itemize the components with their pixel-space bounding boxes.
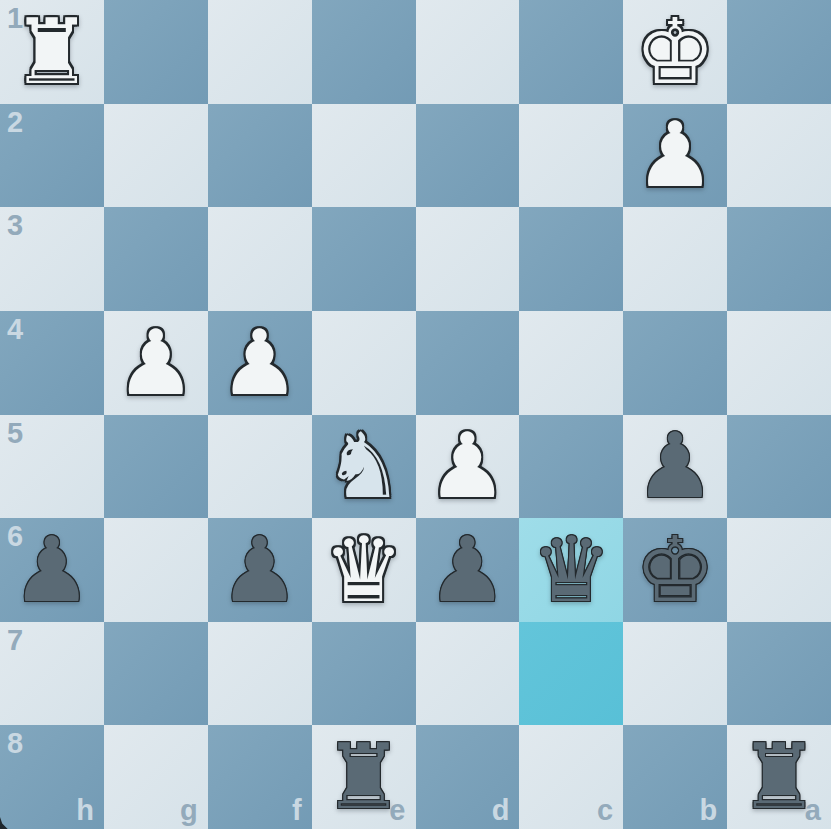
black-pawn[interactable]: ♟	[635, 421, 716, 511]
white-king[interactable]: ♚	[635, 7, 716, 97]
square-e2[interactable]	[312, 104, 416, 208]
rank-label-4: 4	[7, 313, 23, 346]
square-h8[interactable]: 8h	[0, 725, 104, 829]
square-g6[interactable]	[104, 518, 208, 622]
square-h6[interactable]: 6♟	[0, 518, 104, 622]
square-c1[interactable]	[519, 0, 623, 104]
square-h4[interactable]: 4	[0, 311, 104, 415]
square-h2[interactable]: 2	[0, 104, 104, 208]
white-pawn[interactable]: ♟	[219, 318, 300, 408]
square-e4[interactable]	[312, 311, 416, 415]
file-label-a: a	[805, 794, 821, 827]
square-a5[interactable]	[727, 415, 831, 519]
square-d4[interactable]	[416, 311, 520, 415]
file-label-g: g	[180, 794, 198, 827]
square-h5[interactable]: 5	[0, 415, 104, 519]
square-g5[interactable]	[104, 415, 208, 519]
square-b1[interactable]: ♚	[623, 0, 727, 104]
file-label-h: h	[76, 794, 94, 827]
square-e3[interactable]	[312, 207, 416, 311]
square-d6[interactable]: ♟	[416, 518, 520, 622]
square-b8[interactable]: b	[623, 725, 727, 829]
square-e8[interactable]: e♜	[312, 725, 416, 829]
white-pawn[interactable]: ♟	[635, 110, 716, 200]
black-pawn[interactable]: ♟	[219, 525, 300, 615]
square-d7[interactable]	[416, 622, 520, 726]
square-f6[interactable]: ♟	[208, 518, 312, 622]
file-label-e: e	[389, 794, 405, 827]
square-c8[interactable]: c	[519, 725, 623, 829]
white-pawn[interactable]: ♟	[115, 318, 196, 408]
square-f8[interactable]: f	[208, 725, 312, 829]
file-label-d: d	[492, 794, 510, 827]
square-a8[interactable]: a♜	[727, 725, 831, 829]
file-label-b: b	[699, 794, 717, 827]
chess-board: 1♜♚2♟34♟♟5♞♟♟6♟♟♛♟♛♚78hgfe♜dcba♜	[0, 0, 831, 829]
black-pawn[interactable]: ♟	[427, 525, 508, 615]
square-a6[interactable]	[727, 518, 831, 622]
square-b2[interactable]: ♟	[623, 104, 727, 208]
rank-label-2: 2	[7, 106, 23, 139]
square-f1[interactable]	[208, 0, 312, 104]
square-e7[interactable]	[312, 622, 416, 726]
black-king[interactable]: ♚	[635, 525, 716, 615]
square-c2[interactable]	[519, 104, 623, 208]
square-h1[interactable]: 1♜	[0, 0, 104, 104]
square-c4[interactable]	[519, 311, 623, 415]
rank-label-7: 7	[7, 624, 23, 657]
square-e5[interactable]: ♞	[312, 415, 416, 519]
square-d3[interactable]	[416, 207, 520, 311]
square-a3[interactable]	[727, 207, 831, 311]
square-g7[interactable]	[104, 622, 208, 726]
square-b5[interactable]: ♟	[623, 415, 727, 519]
square-d1[interactable]	[416, 0, 520, 104]
square-b4[interactable]	[623, 311, 727, 415]
square-d5[interactable]: ♟	[416, 415, 520, 519]
square-b3[interactable]	[623, 207, 727, 311]
rank-label-5: 5	[7, 417, 23, 450]
square-h3[interactable]: 3	[0, 207, 104, 311]
file-label-f: f	[292, 794, 302, 827]
square-g8[interactable]: g	[104, 725, 208, 829]
rank-label-8: 8	[7, 727, 23, 760]
square-f3[interactable]	[208, 207, 312, 311]
square-g2[interactable]	[104, 104, 208, 208]
square-g4[interactable]: ♟	[104, 311, 208, 415]
square-d2[interactable]	[416, 104, 520, 208]
square-c3[interactable]	[519, 207, 623, 311]
square-a2[interactable]	[727, 104, 831, 208]
square-b7[interactable]	[623, 622, 727, 726]
square-a1[interactable]	[727, 0, 831, 104]
white-knight[interactable]: ♞	[323, 421, 404, 511]
square-e6[interactable]: ♛	[312, 518, 416, 622]
square-g1[interactable]	[104, 0, 208, 104]
rank-label-1: 1	[7, 2, 23, 35]
rank-label-3: 3	[7, 209, 23, 242]
white-rook[interactable]: ♜	[12, 7, 93, 97]
square-f5[interactable]	[208, 415, 312, 519]
square-d8[interactable]: d	[416, 725, 520, 829]
rank-label-6: 6	[7, 520, 23, 553]
square-c5[interactable]	[519, 415, 623, 519]
black-queen[interactable]: ♛	[531, 525, 612, 615]
square-b6[interactable]: ♚	[623, 518, 727, 622]
square-c6[interactable]: ♛	[519, 518, 623, 622]
black-pawn[interactable]: ♟	[12, 525, 93, 615]
square-a4[interactable]	[727, 311, 831, 415]
square-f2[interactable]	[208, 104, 312, 208]
square-g3[interactable]	[104, 207, 208, 311]
square-c7[interactable]	[519, 622, 623, 726]
square-f7[interactable]	[208, 622, 312, 726]
square-e1[interactable]	[312, 0, 416, 104]
white-queen[interactable]: ♛	[323, 525, 404, 615]
square-a7[interactable]	[727, 622, 831, 726]
square-h7[interactable]: 7	[0, 622, 104, 726]
square-f4[interactable]: ♟	[208, 311, 312, 415]
white-pawn[interactable]: ♟	[427, 421, 508, 511]
file-label-c: c	[597, 794, 613, 827]
